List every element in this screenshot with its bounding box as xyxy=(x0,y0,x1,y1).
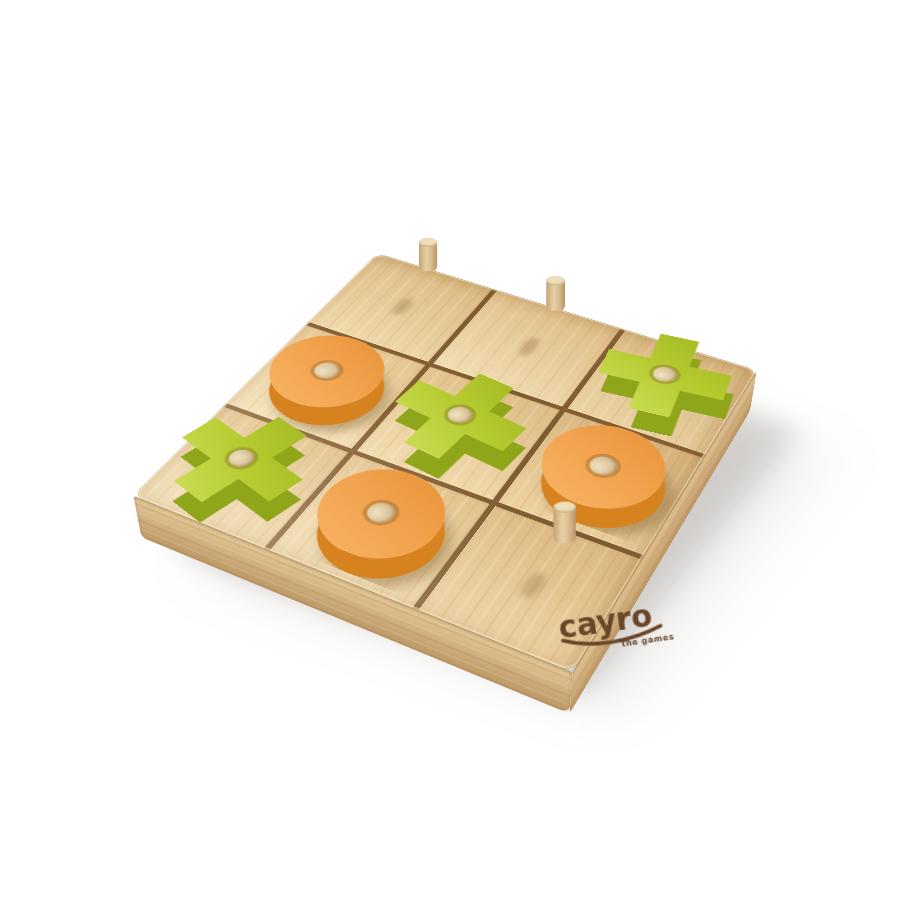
peg-shadow xyxy=(389,296,416,316)
brand-logo: cayro the games xyxy=(557,601,675,658)
scene: cayro the games xyxy=(0,0,903,903)
peg xyxy=(551,499,578,544)
peg-cap xyxy=(362,500,401,527)
peg-cap xyxy=(309,360,344,381)
peg xyxy=(417,235,439,271)
peg-cap xyxy=(585,454,621,479)
product-photo-stage: cayro the games xyxy=(0,0,903,903)
peg-shadow xyxy=(516,336,543,357)
peg xyxy=(544,273,567,311)
peg-top xyxy=(546,276,565,285)
peg-cap xyxy=(443,404,477,426)
peg-cap xyxy=(223,446,258,470)
peg-shadow xyxy=(517,571,549,602)
peg-top xyxy=(419,238,437,247)
peg-cap xyxy=(651,365,680,384)
tictactoe-board: cayro the games xyxy=(133,254,757,672)
